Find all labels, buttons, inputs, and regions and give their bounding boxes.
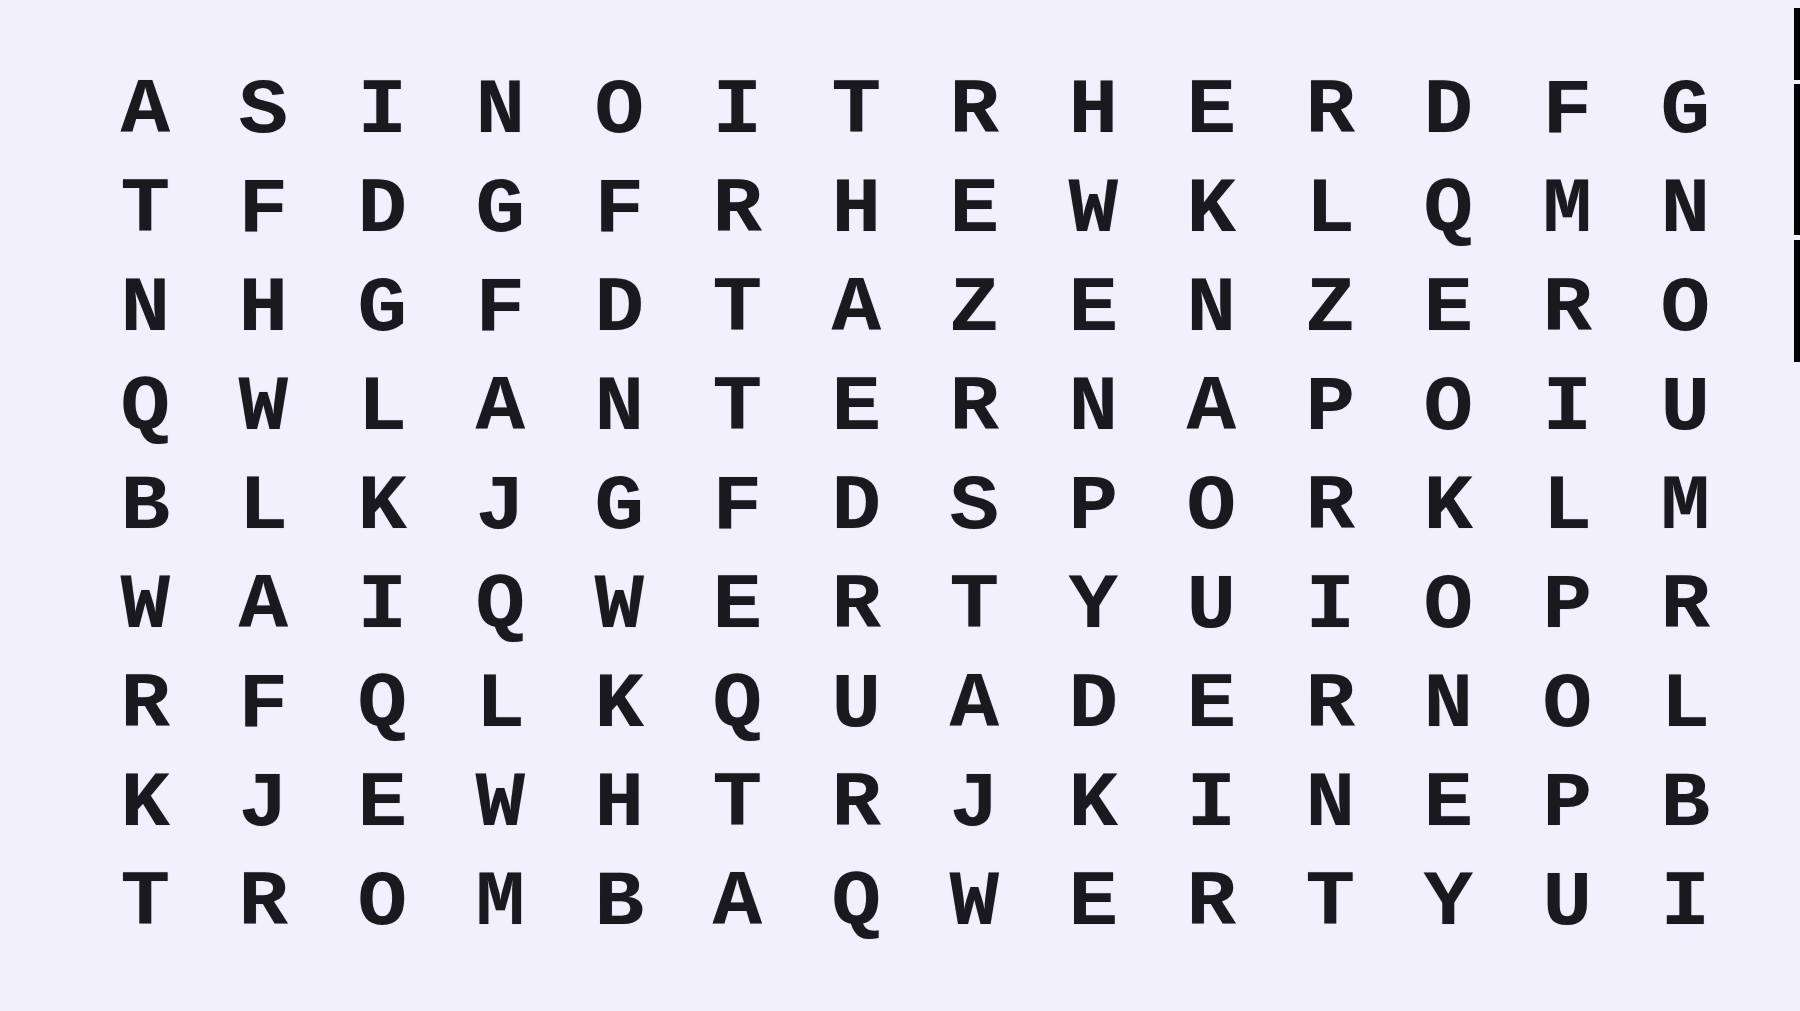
grid-letter: B — [120, 468, 170, 546]
grid-letter: A — [713, 864, 763, 942]
grid-cell[interactable]: L — [442, 655, 561, 754]
grid-cell[interactable]: L — [1508, 457, 1627, 556]
grid-letter: E — [357, 765, 407, 843]
grid-cell[interactable]: A — [86, 61, 205, 160]
grid-cell[interactable]: O — [1390, 358, 1509, 457]
grid-letter: K — [594, 666, 644, 744]
grid-cell[interactable]: Q — [679, 655, 798, 754]
grid-cell[interactable]: H — [797, 160, 916, 259]
grid-cell[interactable]: N — [560, 358, 679, 457]
grid-letter: R — [713, 171, 763, 249]
grid-letter: T — [713, 270, 763, 348]
grid-cell[interactable]: E — [1390, 754, 1509, 853]
grid-letter: E — [1187, 72, 1237, 150]
grid-cell[interactable]: E — [1153, 61, 1272, 160]
grid-letter: P — [1542, 567, 1592, 645]
grid-cell[interactable]: U — [797, 655, 916, 754]
grid-letter: R — [1187, 864, 1237, 942]
grid-letter: G — [357, 270, 407, 348]
grid-letter: Y — [1068, 567, 1118, 645]
grid-cell[interactable]: W — [1034, 160, 1153, 259]
grid-letter: Y — [1424, 864, 1474, 942]
grid-cell[interactable]: N — [1271, 754, 1390, 853]
grid-cell[interactable]: I — [1508, 358, 1627, 457]
grid-letter: J — [950, 765, 1000, 843]
grid-letter: W — [1068, 171, 1118, 249]
grid-letter: N — [120, 270, 170, 348]
grid-cell[interactable]: F — [679, 457, 798, 556]
grid-letter: U — [831, 666, 881, 744]
grid-cell[interactable]: W — [442, 754, 561, 853]
grid-letter: I — [1661, 864, 1711, 942]
grid-letter: A — [1187, 369, 1237, 447]
grid-letter: I — [1305, 567, 1355, 645]
grid-letter: E — [1424, 765, 1474, 843]
grid-letter: O — [1187, 468, 1237, 546]
grid-letter: N — [594, 369, 644, 447]
grid-cell[interactable]: G — [442, 160, 561, 259]
grid-letter: K — [120, 765, 170, 843]
grid-letter: A — [950, 666, 1000, 744]
grid-letter: K — [1068, 765, 1118, 843]
grid-cell[interactable]: A — [1153, 358, 1272, 457]
grid-cell[interactable]: R — [916, 61, 1035, 160]
grid-letter: W — [476, 765, 526, 843]
grid-cell[interactable]: D — [797, 457, 916, 556]
grid-cell[interactable]: F — [560, 160, 679, 259]
grid-letter: R — [239, 864, 289, 942]
grid-cell[interactable]: A — [679, 853, 798, 952]
grid-letter: G — [594, 468, 644, 546]
grid-cell[interactable]: N — [1627, 160, 1746, 259]
grid-letter: I — [1542, 369, 1592, 447]
grid-cell[interactable]: M — [442, 853, 561, 952]
grid-letter: T — [713, 369, 763, 447]
grid-letter: M — [1542, 171, 1592, 249]
grid-cell[interactable]: O — [1153, 457, 1272, 556]
grid-cell[interactable]: W — [916, 853, 1035, 952]
grid-cell[interactable]: D — [1390, 61, 1509, 160]
grid-cell[interactable]: Z — [916, 259, 1035, 358]
grid-cell[interactable]: I — [323, 61, 442, 160]
grid-cell[interactable]: O — [1390, 556, 1509, 655]
grid-cell[interactable]: N — [86, 259, 205, 358]
grid-cell[interactable]: Q — [86, 358, 205, 457]
grid-letter: R — [120, 666, 170, 744]
grid-cell[interactable]: W — [205, 358, 324, 457]
grid-cell[interactable]: R — [916, 358, 1035, 457]
grid-letter: Q — [357, 666, 407, 744]
grid-cell[interactable]: P — [1508, 556, 1627, 655]
grid-cell[interactable]: H — [205, 259, 324, 358]
grid-letter: I — [357, 567, 407, 645]
grid-letter: R — [950, 72, 1000, 150]
grid-cell[interactable]: A — [442, 358, 561, 457]
grid-letter: Q — [831, 864, 881, 942]
grid-letter: R — [831, 567, 881, 645]
right-edge-dark-strip-segment — [1794, 240, 1800, 362]
grid-letter: R — [1542, 270, 1592, 348]
grid-cell[interactable]: J — [205, 754, 324, 853]
grid-letter: U — [1187, 567, 1237, 645]
grid-cell[interactable]: R — [1508, 259, 1627, 358]
grid-cell[interactable]: T — [1271, 853, 1390, 952]
grid-letter: G — [1661, 72, 1711, 150]
grid-cell[interactable]: D — [560, 259, 679, 358]
grid-cell[interactable]: E — [1034, 853, 1153, 952]
grid-cell[interactable]: N — [1390, 655, 1509, 754]
grid-letter: P — [1305, 369, 1355, 447]
grid-cell[interactable]: U — [1153, 556, 1272, 655]
grid-cell[interactable]: D — [323, 160, 442, 259]
grid-cell[interactable]: Q — [1390, 160, 1509, 259]
grid-letter: L — [239, 468, 289, 546]
grid-letter: M — [1661, 468, 1711, 546]
grid-cell[interactable]: I — [679, 61, 798, 160]
grid-cell[interactable]: T — [86, 160, 205, 259]
grid-letter: N — [476, 72, 526, 150]
grid-letter: H — [1068, 72, 1118, 150]
grid-cell[interactable]: K — [86, 754, 205, 853]
right-edge-dark-strip-segment — [1794, 84, 1800, 235]
grid-cell[interactable]: K — [1390, 457, 1509, 556]
grid-letter: O — [1542, 666, 1592, 744]
grid-cell[interactable]: Q — [323, 655, 442, 754]
grid-cell[interactable]: R — [1271, 61, 1390, 160]
grid-cell[interactable]: Y — [1390, 853, 1509, 952]
grid-letter: N — [1661, 171, 1711, 249]
grid-letter: U — [1661, 369, 1711, 447]
grid-letter: I — [713, 72, 763, 150]
grid-cell[interactable]: I — [1271, 556, 1390, 655]
grid-cell[interactable]: E — [323, 754, 442, 853]
grid-letter: S — [239, 72, 289, 150]
word-search-board: ASINOITRHERDFGTFDGFRHEWKLQMNNHGFDTAZENZE… — [86, 61, 1745, 952]
grid-cell[interactable]: O — [560, 61, 679, 160]
grid-letter: K — [1424, 468, 1474, 546]
grid-letter: L — [357, 369, 407, 447]
grid-letter: R — [1305, 468, 1355, 546]
grid-letter: J — [239, 765, 289, 843]
grid-letter: J — [476, 468, 526, 546]
grid-letter: F — [1542, 72, 1592, 150]
grid-cell[interactable]: D — [1034, 655, 1153, 754]
grid-letter: W — [950, 864, 1000, 942]
grid-cell[interactable]: G — [323, 259, 442, 358]
grid-letter: N — [1068, 369, 1118, 447]
grid-letter: Q — [713, 666, 763, 744]
grid-letter: E — [1424, 270, 1474, 348]
grid-letter: Z — [950, 270, 1000, 348]
grid-cell[interactable]: S — [916, 457, 1035, 556]
grid-cell[interactable]: N — [442, 61, 561, 160]
grid-cell[interactable]: S — [205, 61, 324, 160]
grid-letter: N — [1187, 270, 1237, 348]
grid-cell[interactable]: R — [1627, 556, 1746, 655]
grid-letter: G — [476, 171, 526, 249]
grid-cell[interactable]: T — [797, 61, 916, 160]
grid-cell[interactable]: U — [1508, 853, 1627, 952]
grid-cell[interactable]: Y — [1034, 556, 1153, 655]
grid-cell[interactable]: P — [1271, 358, 1390, 457]
grid-letter: F — [713, 468, 763, 546]
grid-letter: A — [239, 567, 289, 645]
grid-cell[interactable]: F — [1508, 61, 1627, 160]
grid-cell[interactable]: H — [560, 754, 679, 853]
grid-cell[interactable]: R — [797, 556, 916, 655]
grid-letter: L — [476, 666, 526, 744]
grid-letter: E — [1187, 666, 1237, 744]
grid-letter: L — [1661, 666, 1711, 744]
grid-cell[interactable]: T — [679, 259, 798, 358]
grid-letter: N — [1305, 765, 1355, 843]
grid-cell[interactable]: L — [323, 358, 442, 457]
grid-letter: Q — [1424, 171, 1474, 249]
grid-cell[interactable]: E — [679, 556, 798, 655]
grid-cell[interactable]: R — [86, 655, 205, 754]
grid-letter: K — [1187, 171, 1237, 249]
grid-cell[interactable]: B — [1627, 754, 1746, 853]
grid-cell[interactable]: O — [1508, 655, 1627, 754]
grid-cell[interactable]: R — [797, 754, 916, 853]
grid-letter: O — [1661, 270, 1711, 348]
grid-letter: T — [950, 567, 1000, 645]
grid-cell[interactable]: T — [679, 358, 798, 457]
grid-cell[interactable]: J — [442, 457, 561, 556]
grid-letter: R — [831, 765, 881, 843]
grid-letter: F — [239, 666, 289, 744]
grid-letter: R — [950, 369, 1000, 447]
grid-cell[interactable]: E — [1153, 655, 1272, 754]
grid-letter: R — [1305, 666, 1355, 744]
grid-letter: U — [1542, 864, 1592, 942]
grid-cell[interactable]: I — [323, 556, 442, 655]
grid-cell[interactable]: A — [205, 556, 324, 655]
grid-cell[interactable]: M — [1627, 457, 1746, 556]
grid-letter: B — [1661, 765, 1711, 843]
grid-letter: D — [1068, 666, 1118, 744]
grid-letter: A — [831, 270, 881, 348]
grid-letter: I — [1187, 765, 1237, 843]
grid-letter: B — [594, 864, 644, 942]
grid-letter: S — [950, 468, 1000, 546]
grid-cell[interactable]: B — [86, 457, 205, 556]
grid-cell[interactable]: F — [205, 160, 324, 259]
grid-letter: H — [239, 270, 289, 348]
grid-letter: O — [594, 72, 644, 150]
grid-letter: Z — [1305, 270, 1355, 348]
grid-letter: O — [1424, 567, 1474, 645]
grid-letter: N — [1424, 666, 1474, 744]
grid-letter: D — [831, 468, 881, 546]
grid-cell[interactable]: N — [1034, 358, 1153, 457]
grid-cell[interactable]: Q — [442, 556, 561, 655]
grid-cell[interactable]: Z — [1271, 259, 1390, 358]
grid-cell[interactable]: M — [1508, 160, 1627, 259]
grid-cell[interactable]: N — [1153, 259, 1272, 358]
grid-letter: E — [831, 369, 881, 447]
grid-letter: T — [831, 72, 881, 150]
grid-cell[interactable]: R — [679, 160, 798, 259]
grid-cell[interactable]: T — [916, 556, 1035, 655]
grid-letter: L — [1542, 468, 1592, 546]
grid-letter: Q — [476, 567, 526, 645]
grid-letter: Q — [120, 369, 170, 447]
grid-cell[interactable]: T — [86, 853, 205, 952]
grid-letter: P — [1542, 765, 1592, 843]
grid-cell[interactable]: J — [916, 754, 1035, 853]
grid-letter: D — [1424, 72, 1474, 150]
grid-cell[interactable]: O — [1627, 259, 1746, 358]
grid-letter: H — [594, 765, 644, 843]
grid-letter: F — [476, 270, 526, 348]
grid-cell[interactable]: K — [323, 457, 442, 556]
grid-letter: R — [1661, 567, 1711, 645]
grid-letter: R — [1305, 72, 1355, 150]
grid-cell[interactable]: K — [560, 655, 679, 754]
grid-letter: A — [120, 72, 170, 150]
grid-cell[interactable]: E — [916, 160, 1035, 259]
grid-letter: W — [239, 369, 289, 447]
grid-cell[interactable]: B — [560, 853, 679, 952]
grid-letter: T — [713, 765, 763, 843]
grid-cell[interactable]: T — [679, 754, 798, 853]
grid-letter: E — [1068, 270, 1118, 348]
grid-letter: W — [594, 567, 644, 645]
grid-cell[interactable]: G — [560, 457, 679, 556]
grid-letter: F — [594, 171, 644, 249]
grid-cell[interactable]: F — [442, 259, 561, 358]
grid-cell[interactable]: P — [1034, 457, 1153, 556]
grid-cell[interactable]: L — [1271, 160, 1390, 259]
grid-letter: I — [357, 72, 407, 150]
grid-cell[interactable]: O — [323, 853, 442, 952]
grid-cell[interactable]: A — [797, 259, 916, 358]
right-edge-dark-strip-segment — [1794, 8, 1800, 80]
grid-letter: F — [239, 171, 289, 249]
grid-cell[interactable]: E — [1390, 259, 1509, 358]
grid-letter: D — [357, 171, 407, 249]
grid-cell[interactable]: W — [86, 556, 205, 655]
grid-cell[interactable]: R — [1271, 655, 1390, 754]
grid-letter: T — [120, 171, 170, 249]
grid-cell[interactable]: U — [1627, 358, 1746, 457]
grid-cell[interactable]: H — [1034, 61, 1153, 160]
grid-cell[interactable]: R — [205, 853, 324, 952]
grid-cell[interactable]: F — [205, 655, 324, 754]
grid-letter: W — [120, 567, 170, 645]
grid-letter: O — [357, 864, 407, 942]
grid-letter: O — [1424, 369, 1474, 447]
grid-letter: P — [1068, 468, 1118, 546]
grid-letter: T — [120, 864, 170, 942]
grid-letter: E — [713, 567, 763, 645]
grid-cell[interactable]: K — [1034, 754, 1153, 853]
grid-cell[interactable]: I — [1627, 853, 1746, 952]
grid-letter: A — [476, 369, 526, 447]
grid-letter: D — [594, 270, 644, 348]
grid-cell[interactable]: R — [1153, 853, 1272, 952]
grid-letter: K — [357, 468, 407, 546]
grid-cell[interactable]: R — [1271, 457, 1390, 556]
grid-cell[interactable]: L — [1627, 655, 1746, 754]
grid-letter: E — [950, 171, 1000, 249]
grid-cell[interactable]: G — [1627, 61, 1746, 160]
grid-cell[interactable]: I — [1153, 754, 1272, 853]
grid-cell[interactable]: K — [1153, 160, 1272, 259]
grid-cell[interactable]: E — [1034, 259, 1153, 358]
grid-cell[interactable]: A — [916, 655, 1035, 754]
grid-cell[interactable]: L — [205, 457, 324, 556]
grid-letter: E — [1068, 864, 1118, 942]
grid-letter: L — [1305, 171, 1355, 249]
grid-cell[interactable]: W — [560, 556, 679, 655]
grid-cell[interactable]: E — [797, 358, 916, 457]
grid-letter: T — [1305, 864, 1355, 942]
grid-cell[interactable]: Q — [797, 853, 916, 952]
grid-cell[interactable]: P — [1508, 754, 1627, 853]
grid-letter: H — [831, 171, 881, 249]
grid-letter: M — [476, 864, 526, 942]
